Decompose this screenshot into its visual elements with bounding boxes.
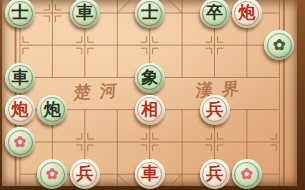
piece-character: 兵 <box>206 94 223 124</box>
piece-hidden-red-c[interactable]: ✿ <box>232 159 262 189</box>
hidden-piece-flower-icon: ✿ <box>273 30 286 60</box>
screenshot-frame: 楚河 漢界 士車士卒炮✿車象炮炮相兵✿✿兵車兵✿ <box>0 0 305 190</box>
piece-red-soldier-b[interactable]: 兵 <box>70 159 100 189</box>
piece-black-chariot-a[interactable]: 車 <box>70 0 100 28</box>
piece-black-advisor-b[interactable]: 士 <box>135 0 165 28</box>
piece-character: 車 <box>12 62 29 92</box>
piece-character: 炮 <box>12 94 29 124</box>
river-label-chu: 楚河 <box>73 82 126 102</box>
piece-character: 炮 <box>44 94 61 124</box>
piece-red-cannon-b[interactable]: 炮 <box>5 95 35 125</box>
piece-black-chariot-b[interactable]: 車 <box>5 63 35 93</box>
piece-red-chariot-a[interactable]: 車 <box>135 159 165 189</box>
hidden-piece-flower-icon: ✿ <box>46 159 59 189</box>
piece-character: 車 <box>141 159 158 189</box>
piece-character: 兵 <box>206 159 223 189</box>
piece-red-elephant-a[interactable]: 相 <box>135 95 165 125</box>
hidden-piece-flower-icon: ✿ <box>14 127 27 157</box>
piece-black-cannon-a[interactable]: 炮 <box>37 95 67 125</box>
piece-character: 炮 <box>238 0 255 28</box>
piece-character: 卒 <box>206 0 223 28</box>
piece-character: 士 <box>141 0 158 28</box>
piece-red-soldier-a[interactable]: 兵 <box>200 95 230 125</box>
piece-character: 兵 <box>76 159 93 189</box>
piece-black-soldier-a[interactable]: 卒 <box>200 0 230 28</box>
piece-character: 士 <box>12 0 29 28</box>
piece-character: 車 <box>76 0 93 28</box>
xiangqi-board[interactable]: 楚河 漢界 士車士卒炮✿車象炮炮相兵✿✿兵車兵✿ <box>2 0 297 186</box>
piece-black-elephant-a[interactable]: 象 <box>135 63 165 93</box>
piece-hidden-red-a[interactable]: ✿ <box>5 127 35 157</box>
piece-character: 象 <box>141 62 158 92</box>
piece-character: 相 <box>141 94 158 124</box>
hidden-piece-flower-icon: ✿ <box>241 159 254 189</box>
piece-red-cannon-a[interactable]: 炮 <box>232 0 262 28</box>
piece-red-soldier-c[interactable]: 兵 <box>200 159 230 189</box>
